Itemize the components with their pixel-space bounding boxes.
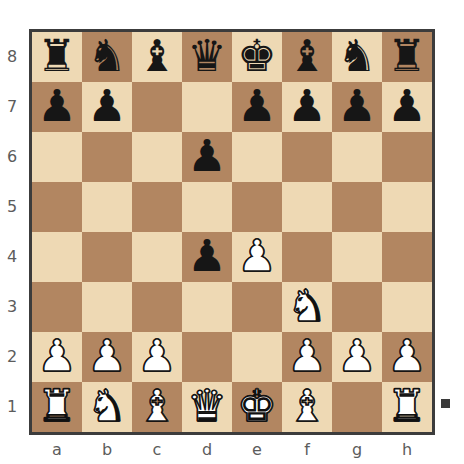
- rank-label-3: 3: [0, 282, 24, 332]
- board-square-e7[interactable]: ♟: [232, 82, 282, 132]
- black-pawn-h7[interactable]: ♟: [387, 81, 426, 131]
- chess-board-frame: ♜♞♝♛♚♝♞♜♟♟♟♟♟♟♟♟♟♞♟♟♟♟♟♟♜♞♝♛♚♝♜: [29, 29, 435, 435]
- board-square-f3[interactable]: ♞: [282, 282, 332, 332]
- white-rook-a1[interactable]: ♜: [37, 381, 76, 431]
- board-square-f7[interactable]: ♟: [282, 82, 332, 132]
- board-square-a3[interactable]: [32, 282, 82, 332]
- board-square-d1[interactable]: ♛: [182, 382, 232, 432]
- white-queen-d1[interactable]: ♛: [187, 381, 226, 431]
- white-pawn-h2[interactable]: ♟: [387, 331, 426, 381]
- board-square-a1[interactable]: ♜: [32, 382, 82, 432]
- board-square-c7[interactable]: [132, 82, 182, 132]
- board-square-b4[interactable]: [82, 232, 132, 282]
- board-square-f8[interactable]: ♝: [282, 32, 332, 82]
- board-square-c4[interactable]: [132, 232, 182, 282]
- board-square-e1[interactable]: ♚: [232, 382, 282, 432]
- white-king-e1[interactable]: ♚: [237, 381, 276, 431]
- board-square-c6[interactable]: [132, 132, 182, 182]
- board-square-b5[interactable]: [82, 182, 132, 232]
- file-label-h: h: [382, 439, 432, 461]
- board-square-h1[interactable]: ♜: [382, 382, 432, 432]
- board-square-g5[interactable]: [332, 182, 382, 232]
- file-label-d: d: [182, 439, 232, 461]
- board-square-d2[interactable]: [182, 332, 232, 382]
- board-square-c5[interactable]: [132, 182, 182, 232]
- white-pawn-f2[interactable]: ♟: [287, 331, 326, 381]
- rank-label-4: 4: [0, 232, 24, 282]
- black-bishop-f8[interactable]: ♝: [287, 31, 326, 81]
- black-rook-a8[interactable]: ♜: [37, 31, 76, 81]
- board-square-e8[interactable]: ♚: [232, 32, 282, 82]
- black-pawn-d6[interactable]: ♟: [187, 131, 226, 181]
- black-pawn-g7[interactable]: ♟: [337, 81, 376, 131]
- board-square-f4[interactable]: [282, 232, 332, 282]
- white-pawn-c2[interactable]: ♟: [137, 331, 176, 381]
- board-square-d8[interactable]: ♛: [182, 32, 232, 82]
- board-square-a5[interactable]: [32, 182, 82, 232]
- board-square-a8[interactable]: ♜: [32, 32, 82, 82]
- board-square-f1[interactable]: ♝: [282, 382, 332, 432]
- board-square-d7[interactable]: [182, 82, 232, 132]
- board-square-h6[interactable]: [382, 132, 432, 182]
- board-square-h3[interactable]: [382, 282, 432, 332]
- black-pawn-a7[interactable]: ♟: [37, 81, 76, 131]
- board-square-g7[interactable]: ♟: [332, 82, 382, 132]
- board-square-d5[interactable]: [182, 182, 232, 232]
- board-square-b6[interactable]: [82, 132, 132, 182]
- board-square-h7[interactable]: ♟: [382, 82, 432, 132]
- rank-label-6: 6: [0, 132, 24, 182]
- board-square-d6[interactable]: ♟: [182, 132, 232, 182]
- side-to-move-indicator: [441, 399, 450, 408]
- black-knight-b8[interactable]: ♞: [87, 31, 126, 81]
- file-label-b: b: [82, 439, 132, 461]
- rank-label-2: 2: [0, 332, 24, 382]
- black-pawn-d4[interactable]: ♟: [187, 231, 226, 281]
- white-pawn-e4[interactable]: ♟: [237, 231, 276, 281]
- board-square-f5[interactable]: [282, 182, 332, 232]
- black-bishop-c8[interactable]: ♝: [137, 31, 176, 81]
- rank-label-1: 1: [0, 382, 24, 432]
- white-knight-f3[interactable]: ♞: [287, 281, 326, 331]
- board-square-e5[interactable]: [232, 182, 282, 232]
- board-square-f2[interactable]: ♟: [282, 332, 332, 382]
- white-bishop-c1[interactable]: ♝: [137, 381, 176, 431]
- board-square-a4[interactable]: [32, 232, 82, 282]
- white-pawn-g2[interactable]: ♟: [337, 331, 376, 381]
- board-square-c8[interactable]: ♝: [132, 32, 182, 82]
- black-pawn-e7[interactable]: ♟: [237, 81, 276, 131]
- board-square-a2[interactable]: ♟: [32, 332, 82, 382]
- board-square-b3[interactable]: [82, 282, 132, 332]
- board-square-d4[interactable]: ♟: [182, 232, 232, 282]
- board-square-c3[interactable]: [132, 282, 182, 332]
- black-rook-h8[interactable]: ♜: [387, 31, 426, 81]
- board-square-f6[interactable]: [282, 132, 332, 182]
- black-pawn-b7[interactable]: ♟: [87, 81, 126, 131]
- board-square-c2[interactable]: ♟: [132, 332, 182, 382]
- white-knight-b1[interactable]: ♞: [87, 381, 126, 431]
- board-square-g1[interactable]: [332, 382, 382, 432]
- board-square-e4[interactable]: ♟: [232, 232, 282, 282]
- file-label-a: a: [32, 439, 82, 461]
- board-square-e3[interactable]: [232, 282, 282, 332]
- board-square-d3[interactable]: [182, 282, 232, 332]
- file-label-f: f: [282, 439, 332, 461]
- board-square-h5[interactable]: [382, 182, 432, 232]
- chess-diagram-page: ♜♞♝♛♚♝♞♜♟♟♟♟♟♟♟♟♟♞♟♟♟♟♟♟♜♞♝♛♚♝♜ 87654321…: [0, 0, 464, 464]
- white-rook-h1[interactable]: ♜: [387, 381, 426, 431]
- board-square-g8[interactable]: ♞: [332, 32, 382, 82]
- board-square-b7[interactable]: ♟: [82, 82, 132, 132]
- rank-label-5: 5: [0, 182, 24, 232]
- black-queen-d8[interactable]: ♛: [187, 31, 226, 81]
- board-square-e2[interactable]: [232, 332, 282, 382]
- rank-label-7: 7: [0, 82, 24, 132]
- black-knight-g8[interactable]: ♞: [337, 31, 376, 81]
- board-square-h8[interactable]: ♜: [382, 32, 432, 82]
- rank-label-8: 8: [0, 32, 24, 82]
- white-bishop-f1[interactable]: ♝: [287, 381, 326, 431]
- file-label-g: g: [332, 439, 382, 461]
- board-square-b1[interactable]: ♞: [82, 382, 132, 432]
- board-square-a6[interactable]: [32, 132, 82, 182]
- chess-board[interactable]: ♜♞♝♛♚♝♞♜♟♟♟♟♟♟♟♟♟♞♟♟♟♟♟♟♜♞♝♛♚♝♜: [32, 32, 432, 432]
- board-square-b8[interactable]: ♞: [82, 32, 132, 82]
- white-pawn-b2[interactable]: ♟: [87, 331, 126, 381]
- board-square-h4[interactable]: [382, 232, 432, 282]
- white-pawn-a2[interactable]: ♟: [37, 331, 76, 381]
- board-square-e6[interactable]: [232, 132, 282, 182]
- file-label-c: c: [132, 439, 182, 461]
- black-pawn-f7[interactable]: ♟: [287, 81, 326, 131]
- board-square-a7[interactable]: ♟: [32, 82, 82, 132]
- board-square-g4[interactable]: [332, 232, 382, 282]
- board-square-h2[interactable]: ♟: [382, 332, 432, 382]
- board-square-b2[interactable]: ♟: [82, 332, 132, 382]
- board-square-c1[interactable]: ♝: [132, 382, 182, 432]
- file-label-e: e: [232, 439, 282, 461]
- board-square-g3[interactable]: [332, 282, 382, 332]
- board-square-g2[interactable]: ♟: [332, 332, 382, 382]
- black-king-e8[interactable]: ♚: [237, 31, 276, 81]
- board-square-g6[interactable]: [332, 132, 382, 182]
